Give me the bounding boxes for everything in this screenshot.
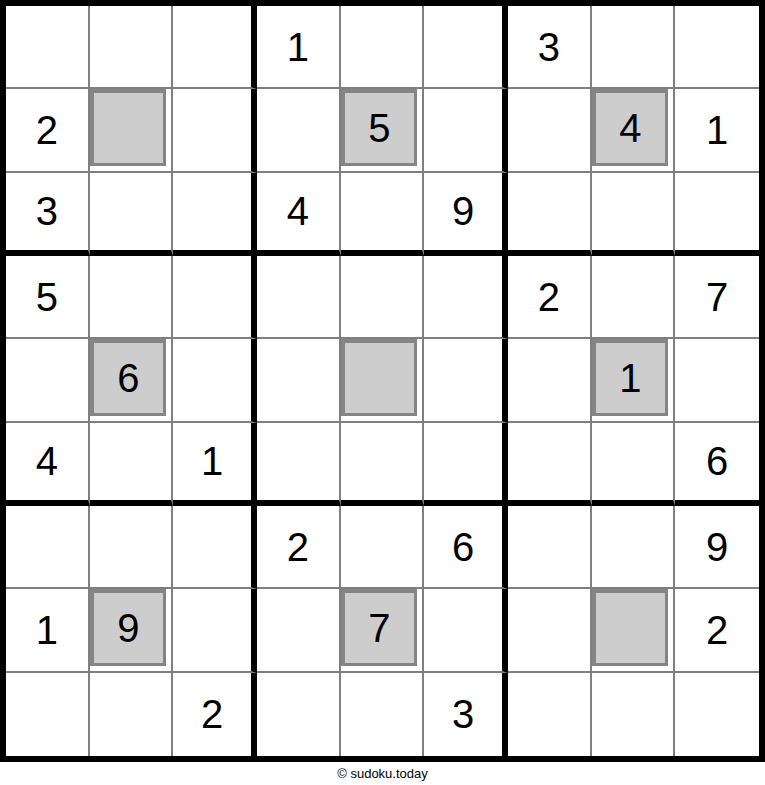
- cell-r5c3[interactable]: [173, 339, 257, 422]
- digit: 2: [201, 694, 223, 734]
- cell-r8c7[interactable]: [508, 589, 592, 672]
- cell-r2c5[interactable]: 5: [341, 89, 425, 172]
- cell-r3c1[interactable]: 3: [6, 173, 90, 256]
- cell-r7c1[interactable]: [6, 506, 90, 589]
- cell-r3c2[interactable]: [90, 173, 174, 256]
- cell-r9c8[interactable]: [592, 673, 676, 756]
- digit: 6: [117, 358, 139, 398]
- cell-r1c7[interactable]: 3: [508, 6, 592, 89]
- digit: 7: [706, 277, 728, 317]
- digit: 9: [452, 191, 474, 231]
- cell-r8c9[interactable]: 2: [675, 589, 759, 672]
- cell-r7c6[interactable]: 6: [424, 506, 508, 589]
- cell-r1c6[interactable]: [424, 6, 508, 89]
- cell-r1c4[interactable]: 1: [257, 6, 341, 89]
- cell-r5c4[interactable]: [257, 339, 341, 422]
- cell-r3c9[interactable]: [675, 173, 759, 256]
- digit: 6: [452, 527, 474, 567]
- cell-r3c7[interactable]: [508, 173, 592, 256]
- cell-r9c9[interactable]: [675, 673, 759, 756]
- cell-r5c7[interactable]: [508, 339, 592, 422]
- digit: 2: [706, 610, 728, 650]
- cell-r3c3[interactable]: [173, 173, 257, 256]
- digit: 4: [287, 191, 309, 231]
- cell-r7c5[interactable]: [341, 506, 425, 589]
- highlighted-cell: [592, 589, 669, 665]
- cell-r8c8[interactable]: [592, 589, 676, 672]
- cell-r4c2[interactable]: [90, 256, 174, 339]
- digit: 6: [706, 441, 728, 481]
- digit: 1: [619, 358, 641, 398]
- highlighted-cell: 5: [341, 89, 418, 165]
- digit: 7: [368, 608, 390, 648]
- digit: 2: [287, 527, 309, 567]
- highlighted-cell: 7: [341, 589, 418, 665]
- sudoku-board: 13254134952761416269197223: [0, 0, 765, 762]
- highlighted-cell: 4: [592, 89, 669, 165]
- cell-r9c7[interactable]: [508, 673, 592, 756]
- cell-r2c1[interactable]: 2: [6, 89, 90, 172]
- cell-r2c4[interactable]: [257, 89, 341, 172]
- cell-r4c4[interactable]: [257, 256, 341, 339]
- cell-r2c7[interactable]: [508, 89, 592, 172]
- cell-r7c8[interactable]: [592, 506, 676, 589]
- cell-r8c6[interactable]: [424, 589, 508, 672]
- cell-r4c9[interactable]: 7: [675, 256, 759, 339]
- digit: 3: [36, 191, 58, 231]
- digit: 1: [201, 441, 223, 481]
- cell-r9c4[interactable]: [257, 673, 341, 756]
- cell-r8c3[interactable]: [173, 589, 257, 672]
- cell-r5c2[interactable]: 6: [90, 339, 174, 422]
- highlighted-cell: 9: [90, 589, 167, 665]
- cell-r4c3[interactable]: [173, 256, 257, 339]
- cell-r8c5[interactable]: 7: [341, 589, 425, 672]
- cell-r7c9[interactable]: 9: [675, 506, 759, 589]
- cell-r2c9[interactable]: 1: [675, 89, 759, 172]
- cell-r9c1[interactable]: [6, 673, 90, 756]
- cell-r6c1[interactable]: 4: [6, 423, 90, 506]
- cell-r7c2[interactable]: [90, 506, 174, 589]
- highlighted-cell: 1: [592, 339, 669, 415]
- footer: © sudoku.today: [0, 762, 765, 785]
- digit: 3: [538, 27, 560, 67]
- cell-r8c1[interactable]: 1: [6, 589, 90, 672]
- cell-r6c5[interactable]: [341, 423, 425, 506]
- cell-r7c3[interactable]: [173, 506, 257, 589]
- highlighted-cell: 6: [90, 339, 167, 415]
- digit: 5: [36, 277, 58, 317]
- cell-r2c6[interactable]: [424, 89, 508, 172]
- digit: 2: [538, 277, 560, 317]
- cell-r4c5[interactable]: [341, 256, 425, 339]
- cell-r5c9[interactable]: [675, 339, 759, 422]
- cell-r1c3[interactable]: [173, 6, 257, 89]
- cell-r4c7[interactable]: 2: [508, 256, 592, 339]
- cell-r4c8[interactable]: [592, 256, 676, 339]
- cell-r7c4[interactable]: 2: [257, 506, 341, 589]
- cell-r5c8[interactable]: 1: [592, 339, 676, 422]
- digit: 1: [36, 610, 58, 650]
- cell-r1c2[interactable]: [90, 6, 174, 89]
- cell-r9c3[interactable]: 2: [173, 673, 257, 756]
- cell-r4c1[interactable]: 5: [6, 256, 90, 339]
- digit: 4: [36, 441, 58, 481]
- highlighted-cell: [341, 339, 418, 415]
- cell-r6c7[interactable]: [508, 423, 592, 506]
- sudoku-page: 13254134952761416269197223 © sudoku.toda…: [0, 0, 765, 785]
- digit: 1: [287, 27, 309, 67]
- cell-r5c6[interactable]: [424, 339, 508, 422]
- cell-r8c2[interactable]: 9: [90, 589, 174, 672]
- cell-r3c6[interactable]: 9: [424, 173, 508, 256]
- cell-r6c4[interactable]: [257, 423, 341, 506]
- cell-r5c1[interactable]: [6, 339, 90, 422]
- highlighted-cell: [90, 89, 167, 165]
- cell-r3c4[interactable]: 4: [257, 173, 341, 256]
- cell-r1c1[interactable]: [6, 6, 90, 89]
- cell-r6c9[interactable]: 6: [675, 423, 759, 506]
- cell-r2c2[interactable]: [90, 89, 174, 172]
- cell-r6c8[interactable]: [592, 423, 676, 506]
- cell-r3c8[interactable]: [592, 173, 676, 256]
- cell-r9c2[interactable]: [90, 673, 174, 756]
- cell-r6c2[interactable]: [90, 423, 174, 506]
- cell-r1c5[interactable]: [341, 6, 425, 89]
- cell-r7c7[interactable]: [508, 506, 592, 589]
- cell-r8c4[interactable]: [257, 589, 341, 672]
- digit: 4: [619, 108, 641, 148]
- digit: 1: [706, 110, 728, 150]
- cell-r5c5[interactable]: [341, 339, 425, 422]
- credit-text: © sudoku.today: [337, 766, 428, 781]
- cell-r9c5[interactable]: [341, 673, 425, 756]
- digit: 3: [452, 694, 474, 734]
- digit: 9: [706, 527, 728, 567]
- cell-r9c6[interactable]: 3: [424, 673, 508, 756]
- cell-r6c6[interactable]: [424, 423, 508, 506]
- cell-r4c6[interactable]: [424, 256, 508, 339]
- digit: 2: [36, 110, 58, 150]
- cell-r2c3[interactable]: [173, 89, 257, 172]
- cell-r3c5[interactable]: [341, 173, 425, 256]
- cell-r6c3[interactable]: 1: [173, 423, 257, 506]
- cell-r2c8[interactable]: 4: [592, 89, 676, 172]
- digit: 9: [117, 608, 139, 648]
- digit: 5: [368, 108, 390, 148]
- cell-r1c8[interactable]: [592, 6, 676, 89]
- cell-r1c9[interactable]: [675, 6, 759, 89]
